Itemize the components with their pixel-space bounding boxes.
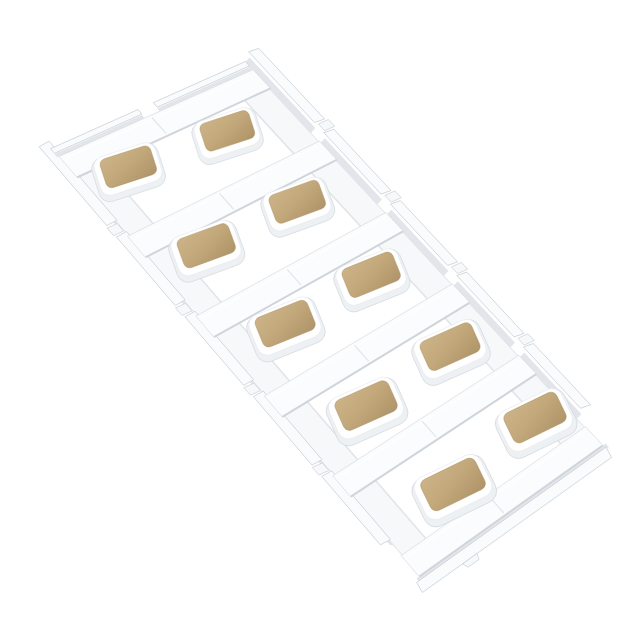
left-rail xyxy=(60,145,444,576)
right-flange-notch-tab xyxy=(318,120,334,131)
right-flange-notch-tab xyxy=(451,262,467,273)
right-flange-notch-tab xyxy=(385,191,401,202)
carrier-strip xyxy=(39,48,612,592)
right-flange-notch-tab xyxy=(518,334,534,345)
product-photo xyxy=(0,0,640,640)
photo-stage xyxy=(0,0,640,640)
